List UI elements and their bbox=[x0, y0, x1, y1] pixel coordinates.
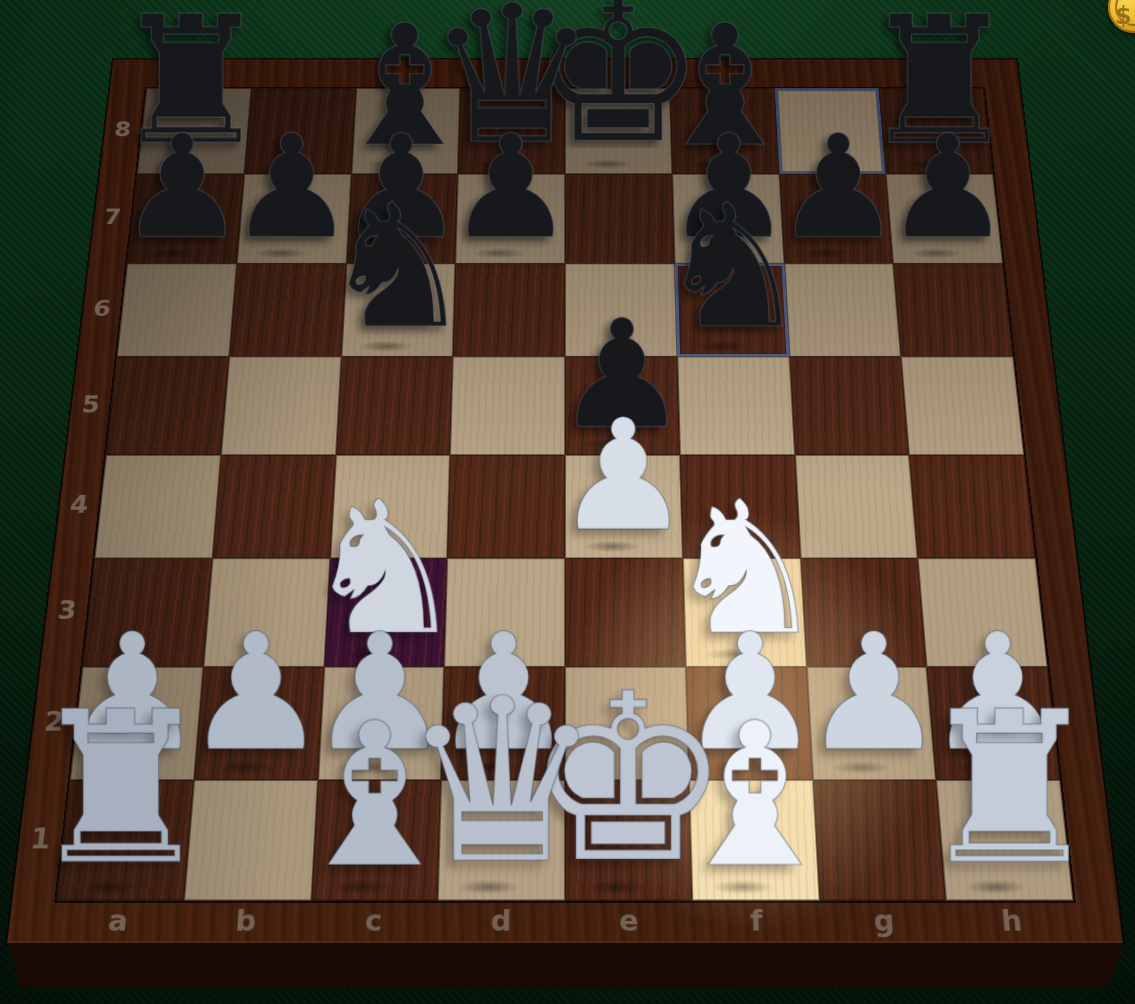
square-f5[interactable] bbox=[677, 357, 794, 455]
square-g5[interactable] bbox=[789, 357, 909, 455]
square-h5[interactable] bbox=[901, 357, 1024, 455]
square-h1[interactable]: ♜ bbox=[936, 780, 1073, 900]
rank-label-4: 4 bbox=[62, 492, 95, 519]
rank-label-5: 5 bbox=[74, 392, 107, 418]
file-label-g: g bbox=[861, 905, 908, 938]
square-h4[interactable] bbox=[909, 455, 1035, 558]
square-h6[interactable] bbox=[893, 263, 1013, 357]
file-label-b: b bbox=[222, 905, 269, 938]
square-f6[interactable]: ♞ bbox=[674, 263, 789, 357]
dollar-icon: $ bbox=[1115, 2, 1132, 30]
file-label-a: a bbox=[94, 905, 142, 938]
file-label-h: h bbox=[988, 905, 1036, 938]
file-label-e: e bbox=[606, 905, 651, 938]
square-a5[interactable] bbox=[106, 357, 229, 455]
square-a6[interactable] bbox=[117, 263, 237, 357]
square-c5[interactable] bbox=[336, 357, 453, 455]
piece-white-bishop-f1[interactable]: ♝ bbox=[666, 701, 844, 890]
file-label-d: d bbox=[479, 905, 524, 938]
square-a4[interactable] bbox=[95, 455, 221, 558]
chessboard: ♜♝♛♚♝♜♟♟♟♟♟♟♟♞♞♟♟♞♞♟♟♟♟♟♟♟♜♝♛♚♝♜ bbox=[57, 88, 1074, 900]
piece-black-knight-c6[interactable]: ♞ bbox=[321, 186, 474, 348]
game-table-felt: ♜♝♛♚♝♜♟♟♟♟♟♟♟♞♞♟♟♞♞♟♟♟♟♟♟♟♜♝♛♚♝♜ 8765432… bbox=[0, 0, 1135, 1004]
square-d5[interactable] bbox=[450, 357, 565, 455]
piece-white-rook-h1[interactable]: ♜ bbox=[915, 690, 1103, 890]
board-frame: ♜♝♛♚♝♜♟♟♟♟♟♟♟♞♞♟♟♞♞♟♟♟♟♟♟♟♜♝♛♚♝♜ 8765432… bbox=[7, 59, 1123, 943]
rank-label-6: 6 bbox=[86, 296, 118, 320]
square-a7[interactable]: ♟ bbox=[127, 174, 244, 263]
square-h7[interactable]: ♟ bbox=[886, 174, 1003, 263]
file-label-c: c bbox=[351, 905, 397, 938]
file-label-f: f bbox=[734, 905, 780, 938]
piece-black-pawn-h7[interactable]: ♟ bbox=[883, 119, 1011, 255]
square-f1[interactable]: ♝ bbox=[689, 780, 819, 900]
square-b5[interactable] bbox=[221, 357, 341, 455]
square-c1[interactable]: ♝ bbox=[311, 780, 441, 900]
piece-white-bishop-c1[interactable]: ♝ bbox=[286, 701, 464, 890]
square-a1[interactable]: ♜ bbox=[57, 780, 194, 900]
piece-white-rook-a1[interactable]: ♜ bbox=[27, 690, 215, 890]
board-scene: ♜♝♛♚♝♜♟♟♟♟♟♟♟♞♞♟♟♞♞♟♟♟♟♟♟♟♜♝♛♚♝♜ 8765432… bbox=[0, 0, 1135, 1004]
square-c6[interactable]: ♞ bbox=[341, 263, 456, 357]
